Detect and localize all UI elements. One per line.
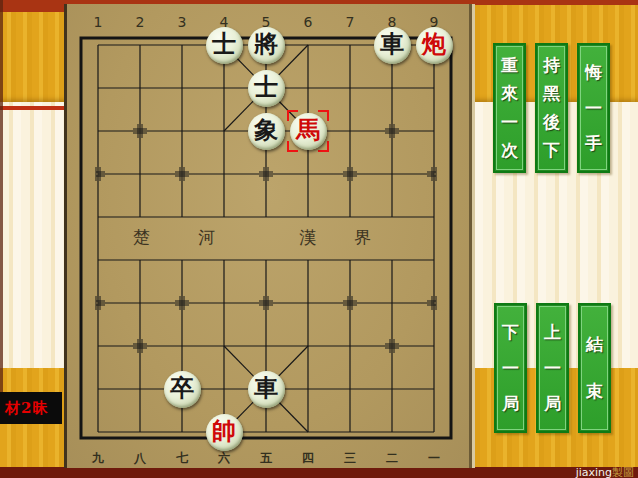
xiangqi-game-screen: 123456789 楚 河 漢 界 士將車炮士象馬卒車帥 九八七六五四三二一 重… bbox=[0, 0, 638, 478]
file-number-bottom: 六 bbox=[218, 450, 230, 467]
black-piece-車[interactable]: 車 bbox=[248, 371, 285, 408]
piece-glyph: 象 bbox=[254, 118, 278, 142]
river-label-han-jie: 漢 界 bbox=[299, 226, 371, 249]
file-number-top: 7 bbox=[346, 14, 355, 30]
button-char: 結 bbox=[586, 336, 603, 353]
button-char: 束 bbox=[586, 383, 603, 400]
black-piece-將[interactable]: 將 bbox=[248, 27, 285, 64]
file-number-bottom: 一 bbox=[428, 450, 440, 467]
prev-game-button[interactable]: 上一局 bbox=[536, 303, 569, 433]
bottom-red-bar bbox=[0, 467, 638, 478]
file-number-bottom: 九 bbox=[92, 450, 104, 467]
play-black-button[interactable]: 持黑後下 bbox=[535, 43, 568, 173]
left-red-divider-line bbox=[0, 106, 64, 110]
piece-glyph: 帥 bbox=[212, 419, 236, 443]
button-char: 上 bbox=[544, 324, 561, 341]
button-char: 手 bbox=[585, 135, 602, 152]
red-piece-馬[interactable]: 馬 bbox=[290, 113, 327, 150]
piece-glyph: 卒 bbox=[170, 376, 194, 400]
button-char: 一 bbox=[544, 360, 561, 377]
button-char: 後 bbox=[543, 114, 560, 131]
red-piece-炮[interactable]: 炮 bbox=[416, 27, 453, 64]
button-char: 悔 bbox=[585, 64, 602, 81]
file-number-bottom: 七 bbox=[176, 450, 188, 467]
piece-glyph: 車 bbox=[380, 32, 404, 56]
black-piece-士[interactable]: 士 bbox=[206, 27, 243, 64]
undo-move-button[interactable]: 悔一手 bbox=[577, 43, 610, 173]
piece-glyph: 炮 bbox=[422, 32, 446, 56]
black-piece-車[interactable]: 車 bbox=[374, 27, 411, 64]
button-char: 一 bbox=[585, 100, 602, 117]
file-number-bottom: 八 bbox=[134, 450, 146, 467]
file-number-top: 1 bbox=[94, 14, 103, 30]
end-button[interactable]: 結束 bbox=[578, 303, 611, 433]
top-left-red-block bbox=[0, 0, 64, 12]
watermark: jiaxing製圖 bbox=[576, 467, 634, 478]
button-char: 次 bbox=[501, 142, 518, 159]
piece-glyph: 將 bbox=[254, 32, 278, 56]
piece-glyph: 士 bbox=[254, 75, 278, 99]
file-number-bottom: 三 bbox=[344, 450, 356, 467]
button-char: 局 bbox=[544, 395, 561, 412]
button-char: 重 bbox=[501, 57, 518, 74]
river-char: 河 bbox=[198, 226, 215, 249]
red-piece-帥[interactable]: 帥 bbox=[206, 414, 243, 451]
piece-glyph: 馬 bbox=[296, 118, 320, 142]
file-number-top: 2 bbox=[136, 14, 145, 30]
black-piece-象[interactable]: 象 bbox=[248, 113, 285, 150]
file-number-top: 3 bbox=[178, 14, 187, 30]
restart-button[interactable]: 重來一次 bbox=[493, 43, 526, 173]
file-number-bottom: 二 bbox=[386, 450, 398, 467]
puzzle-status-box: 材2昧 bbox=[0, 392, 62, 424]
river-label-chu-he: 楚 河 bbox=[133, 226, 215, 249]
piece-glyph: 士 bbox=[212, 32, 236, 56]
button-char: 下 bbox=[543, 142, 560, 159]
puzzle-status-label: 材2昧 bbox=[0, 399, 48, 418]
watermark-latin: jiaxing bbox=[576, 466, 612, 478]
black-piece-卒[interactable]: 卒 bbox=[164, 371, 201, 408]
button-char: 一 bbox=[501, 114, 518, 131]
next-game-button[interactable]: 下一局 bbox=[494, 303, 527, 433]
river-char: 漢 bbox=[299, 226, 316, 249]
button-char: 來 bbox=[501, 85, 518, 102]
file-number-top: 6 bbox=[304, 14, 313, 30]
button-char: 下 bbox=[502, 324, 519, 341]
river-char: 界 bbox=[354, 226, 371, 249]
river-char: 楚 bbox=[133, 226, 150, 249]
button-char: 黑 bbox=[543, 85, 560, 102]
watermark-cjk: 製圖 bbox=[612, 466, 634, 478]
button-char: 局 bbox=[502, 395, 519, 412]
left-dark-edge bbox=[0, 0, 3, 392]
button-char: 持 bbox=[543, 57, 560, 74]
xiangqi-board[interactable]: 123456789 楚 河 漢 界 士將車炮士象馬卒車帥 九八七六五四三二一 bbox=[64, 4, 472, 468]
file-number-bottom: 五 bbox=[260, 450, 272, 467]
button-column-bottom: 下一局上一局結束 bbox=[494, 303, 611, 433]
file-number-bottom: 四 bbox=[302, 450, 314, 467]
piece-glyph: 車 bbox=[254, 376, 278, 400]
button-column-top: 重來一次持黑後下悔一手 bbox=[493, 43, 610, 173]
black-piece-士[interactable]: 士 bbox=[248, 70, 285, 107]
button-char: 一 bbox=[502, 360, 519, 377]
